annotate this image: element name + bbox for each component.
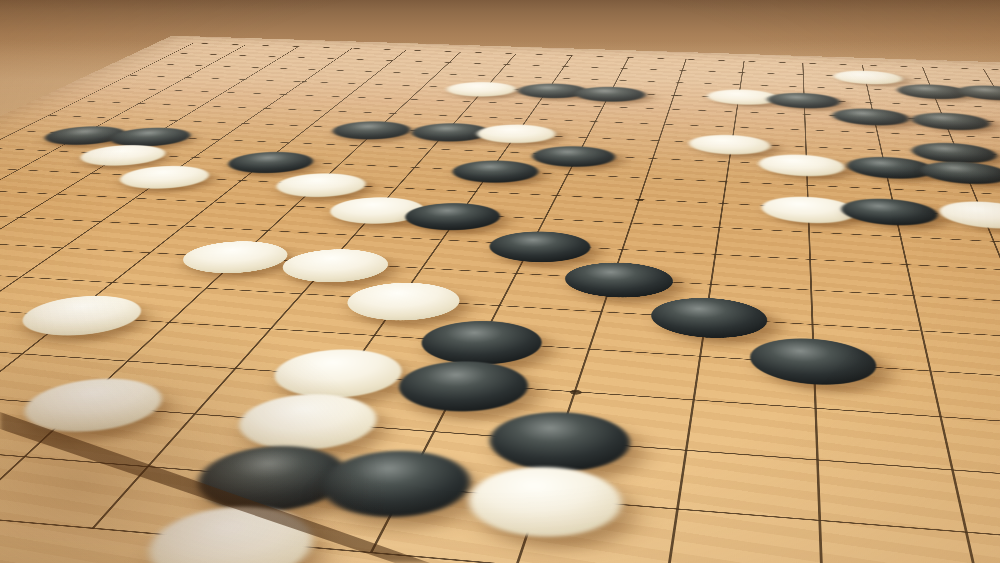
go-board [0,36,1000,563]
go-photo-scene [0,0,1000,563]
